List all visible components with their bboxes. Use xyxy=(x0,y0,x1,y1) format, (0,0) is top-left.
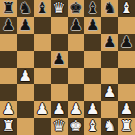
piece-wK-e1[interactable]: ♚ xyxy=(69,118,82,135)
square-a5[interactable] xyxy=(0,51,17,68)
square-h2[interactable]: ♟ xyxy=(118,101,135,118)
square-e6[interactable] xyxy=(68,34,85,51)
square-b5[interactable] xyxy=(17,51,34,68)
square-d4[interactable] xyxy=(51,68,68,85)
square-h7[interactable] xyxy=(118,17,135,34)
square-b6[interactable] xyxy=(17,34,34,51)
square-g2[interactable] xyxy=(101,101,118,118)
piece-bN-b8[interactable]: ♞ xyxy=(19,0,32,17)
square-g4[interactable] xyxy=(101,68,118,85)
piece-wQ-d1[interactable]: ♛ xyxy=(52,118,65,135)
piece-bP-b7[interactable]: ♟ xyxy=(19,17,32,34)
square-f5[interactable] xyxy=(84,51,101,68)
square-e5[interactable] xyxy=(68,51,85,68)
square-h3[interactable] xyxy=(118,84,135,101)
square-b2[interactable] xyxy=(17,101,34,118)
piece-wR-a1[interactable]: ♜ xyxy=(2,118,15,135)
piece-wP-a2[interactable]: ♟ xyxy=(2,101,15,118)
square-b3[interactable] xyxy=(17,84,34,101)
square-c2[interactable]: ♟ xyxy=(34,101,51,118)
square-c7[interactable] xyxy=(34,17,51,34)
square-d3[interactable] xyxy=(51,84,68,101)
square-c3[interactable] xyxy=(34,84,51,101)
square-a2[interactable]: ♟ xyxy=(0,101,17,118)
piece-bP-g6[interactable]: ♟ xyxy=(103,34,116,51)
square-a3[interactable] xyxy=(0,84,17,101)
square-g3[interactable]: ♟ xyxy=(101,84,118,101)
piece-wB-f1[interactable]: ♝ xyxy=(86,118,99,135)
square-e7[interactable]: ♟ xyxy=(68,17,85,34)
square-a6[interactable] xyxy=(0,34,17,51)
square-b8[interactable]: ♞ xyxy=(17,0,34,17)
square-g8[interactable]: ♞ xyxy=(101,0,118,17)
square-e8[interactable]: ♚ xyxy=(68,0,85,17)
square-e4[interactable] xyxy=(68,68,85,85)
piece-wP-e2[interactable]: ♟ xyxy=(69,101,82,118)
piece-wB-h8[interactable]: ♝ xyxy=(120,0,133,17)
square-g1[interactable]: ♞ xyxy=(101,118,118,135)
piece-bK-e8[interactable]: ♚ xyxy=(69,0,82,17)
piece-bP-f7[interactable]: ♟ xyxy=(86,17,99,34)
piece-bR-a8[interactable]: ♜ xyxy=(2,0,15,17)
piece-wP-c2[interactable]: ♟ xyxy=(35,101,48,118)
square-g5[interactable] xyxy=(101,51,118,68)
square-a1[interactable]: ♜ xyxy=(0,118,17,135)
square-e1[interactable]: ♚ xyxy=(68,118,85,135)
square-a7[interactable]: ♟ xyxy=(0,17,17,34)
piece-bP-e7[interactable]: ♟ xyxy=(69,17,82,34)
square-c6[interactable] xyxy=(34,34,51,51)
piece-bB-f8[interactable]: ♝ xyxy=(86,0,99,17)
square-d7[interactable] xyxy=(51,17,68,34)
piece-wP-b4[interactable]: ♟ xyxy=(19,68,32,85)
piece-wR-h1[interactable]: ♜ xyxy=(120,118,133,135)
square-h6[interactable]: ♟ xyxy=(118,34,135,51)
piece-wP-g3[interactable]: ♟ xyxy=(103,84,116,101)
square-c1[interactable] xyxy=(34,118,51,135)
square-a4[interactable] xyxy=(0,68,17,85)
square-c8[interactable]: ♝ xyxy=(34,0,51,17)
square-d8[interactable]: ♛ xyxy=(51,0,68,17)
square-h5[interactable] xyxy=(118,51,135,68)
square-d5[interactable]: ♟ xyxy=(51,51,68,68)
piece-bP-a7[interactable]: ♟ xyxy=(2,17,15,34)
square-b7[interactable]: ♟ xyxy=(17,17,34,34)
square-e2[interactable]: ♟ xyxy=(68,101,85,118)
square-f3[interactable] xyxy=(84,84,101,101)
square-f8[interactable]: ♝ xyxy=(84,0,101,17)
chess-board: ♜♞♝♛♚♝♞♝♟♟♟♟♟♟♟♟♟♟♟♟♟♟♟♜♛♚♝♞♜ xyxy=(0,0,135,135)
piece-bN-g8[interactable]: ♞ xyxy=(103,0,116,17)
piece-bB-c8[interactable]: ♝ xyxy=(35,0,48,17)
square-d6[interactable] xyxy=(51,34,68,51)
square-d1[interactable]: ♛ xyxy=(51,118,68,135)
square-h1[interactable]: ♜ xyxy=(118,118,135,135)
square-b1[interactable] xyxy=(17,118,34,135)
square-f6[interactable] xyxy=(84,34,101,51)
square-f2[interactable]: ♟ xyxy=(84,101,101,118)
square-h8[interactable]: ♝ xyxy=(118,0,135,17)
square-d2[interactable]: ♟ xyxy=(51,101,68,118)
square-c4[interactable] xyxy=(34,68,51,85)
piece-wQ-d8[interactable]: ♛ xyxy=(52,0,65,17)
piece-wP-d2[interactable]: ♟ xyxy=(52,101,65,118)
square-e3[interactable] xyxy=(68,84,85,101)
square-f1[interactable]: ♝ xyxy=(84,118,101,135)
piece-wP-f2[interactable]: ♟ xyxy=(86,101,99,118)
piece-wP-h2[interactable]: ♟ xyxy=(120,101,133,118)
square-a8[interactable]: ♜ xyxy=(0,0,17,17)
square-c5[interactable] xyxy=(34,51,51,68)
piece-bP-h6[interactable]: ♟ xyxy=(120,34,133,51)
square-b4[interactable]: ♟ xyxy=(17,68,34,85)
square-g6[interactable]: ♟ xyxy=(101,34,118,51)
piece-bP-d5[interactable]: ♟ xyxy=(52,51,65,68)
square-h4[interactable] xyxy=(118,68,135,85)
piece-wN-g1[interactable]: ♞ xyxy=(103,118,116,135)
square-f4[interactable] xyxy=(84,68,101,85)
square-f7[interactable]: ♟ xyxy=(84,17,101,34)
square-g7[interactable] xyxy=(101,17,118,34)
